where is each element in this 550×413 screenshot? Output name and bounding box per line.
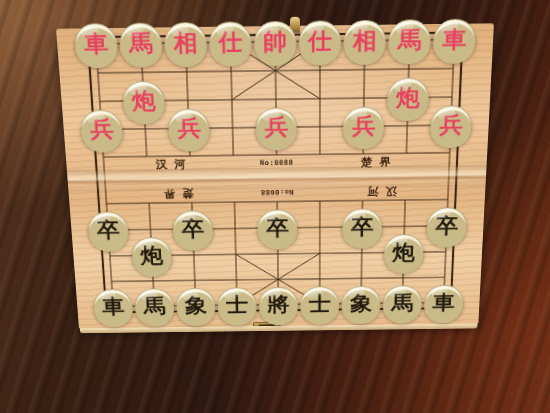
piece-black-soldier[interactable]: 卒 xyxy=(426,207,467,244)
piece-red-elephant[interactable]: 相 xyxy=(164,22,207,63)
piece-red-cannon[interactable]: 炮 xyxy=(387,77,429,117)
piece-red-advisor[interactable]: 仕 xyxy=(209,21,252,62)
piece-red-soldier[interactable]: 兵 xyxy=(256,107,297,146)
piece-red-soldier[interactable]: 兵 xyxy=(80,110,123,149)
piece-red-horse[interactable]: 馬 xyxy=(388,19,431,61)
piece-black-chariot[interactable]: 車 xyxy=(93,289,134,324)
xiangqi-board: 汉河 楚界 No:0088 楚界 汉河 No:0088 車馬相仕帥仕相馬車炮炮兵… xyxy=(56,23,494,329)
piece-black-soldier[interactable]: 卒 xyxy=(257,209,297,246)
piece-black-chariot[interactable]: 車 xyxy=(424,285,464,320)
piece-black-cannon[interactable]: 炮 xyxy=(384,234,424,271)
piece-red-soldier[interactable]: 兵 xyxy=(430,105,472,144)
piece-red-advisor[interactable]: 仕 xyxy=(299,20,341,61)
piece-black-cannon[interactable]: 炮 xyxy=(131,237,172,273)
piece-red-chariot[interactable]: 車 xyxy=(74,23,118,64)
piece-red-chariot[interactable]: 車 xyxy=(433,19,476,61)
piece-grid: 車馬相仕帥仕相馬車炮炮兵兵兵兵兵卒卒卒卒卒炮炮車馬象士將士象馬車 xyxy=(73,25,478,320)
piece-black-general[interactable]: 將 xyxy=(259,287,298,322)
piece-black-horse[interactable]: 馬 xyxy=(383,285,423,320)
piece-black-soldier[interactable]: 卒 xyxy=(87,211,129,248)
piece-red-general[interactable]: 帥 xyxy=(254,21,296,62)
piece-black-horse[interactable]: 馬 xyxy=(134,288,174,323)
piece-red-elephant[interactable]: 相 xyxy=(344,20,386,62)
piece-black-elephant[interactable]: 象 xyxy=(176,288,216,323)
piece-black-soldier[interactable]: 卒 xyxy=(342,208,382,245)
piece-red-soldier[interactable]: 兵 xyxy=(343,106,384,145)
piece-red-soldier[interactable]: 兵 xyxy=(168,109,210,148)
piece-black-advisor[interactable]: 士 xyxy=(217,287,256,322)
piece-red-cannon[interactable]: 炮 xyxy=(122,81,165,121)
piece-black-soldier[interactable]: 卒 xyxy=(172,210,213,247)
piece-black-advisor[interactable]: 士 xyxy=(300,286,339,321)
board-scene: 汉河 楚界 No:0088 楚界 汉河 No:0088 車馬相仕帥仕相馬車炮炮兵… xyxy=(56,26,494,361)
piece-black-elephant[interactable]: 象 xyxy=(342,286,381,321)
piece-red-horse[interactable]: 馬 xyxy=(119,22,163,63)
